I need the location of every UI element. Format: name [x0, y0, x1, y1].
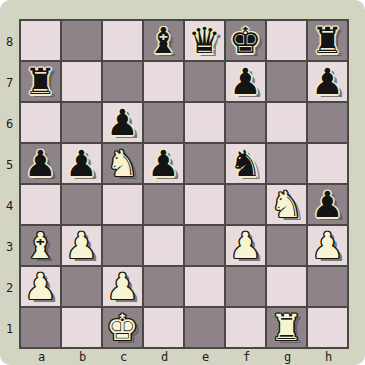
- rank-label-1: 1: [0, 308, 19, 349]
- rank-label-3: 3: [0, 226, 19, 267]
- file-label-a: a: [21, 349, 62, 364]
- black-pawn-h4: ♟: [311, 185, 343, 224]
- square-c1[interactable]: ♚: [103, 308, 142, 347]
- square-f2[interactable]: [226, 267, 265, 306]
- square-h3[interactable]: ♟: [308, 226, 347, 265]
- square-e3[interactable]: [185, 226, 224, 265]
- black-rook-a7: ♜: [24, 62, 56, 101]
- rank-label-2: 2: [0, 267, 19, 308]
- file-label-c: c: [103, 349, 144, 364]
- square-a1[interactable]: [21, 308, 60, 347]
- square-e8[interactable]: ♛: [185, 21, 224, 60]
- square-h7[interactable]: ♟: [308, 62, 347, 101]
- square-e5[interactable]: [185, 144, 224, 183]
- square-h8[interactable]: ♜: [308, 21, 347, 60]
- file-label-h: h: [308, 349, 349, 364]
- square-b8[interactable]: [62, 21, 101, 60]
- square-d7[interactable]: [144, 62, 183, 101]
- square-g6[interactable]: [267, 103, 306, 142]
- chess-board-frame: 87654321 ♝♛♚♜♜♟♟♟♟♟♞♟♞♞♟♝♟♟♟♟♟♚♜ abcdefg…: [0, 0, 365, 365]
- square-h6[interactable]: [308, 103, 347, 142]
- rank-label-8: 8: [0, 21, 19, 62]
- square-d8[interactable]: ♝: [144, 21, 183, 60]
- white-pawn-f3: ♟: [229, 226, 261, 265]
- square-h2[interactable]: [308, 267, 347, 306]
- square-a4[interactable]: [21, 185, 60, 224]
- square-c4[interactable]: [103, 185, 142, 224]
- white-knight-c5: ♞: [106, 144, 138, 183]
- chess-board: ♝♛♚♜♜♟♟♟♟♟♞♟♞♞♟♝♟♟♟♟♟♚♜: [19, 19, 349, 349]
- square-h1[interactable]: [308, 308, 347, 347]
- square-d6[interactable]: [144, 103, 183, 142]
- white-king-c1: ♚: [106, 308, 138, 347]
- square-c6[interactable]: ♟: [103, 103, 142, 142]
- rank-label-4: 4: [0, 185, 19, 226]
- square-e6[interactable]: [185, 103, 224, 142]
- square-d1[interactable]: [144, 308, 183, 347]
- square-f6[interactable]: [226, 103, 265, 142]
- square-f7[interactable]: ♟: [226, 62, 265, 101]
- square-h5[interactable]: [308, 144, 347, 183]
- square-f4[interactable]: [226, 185, 265, 224]
- square-f3[interactable]: ♟: [226, 226, 265, 265]
- square-b3[interactable]: ♟: [62, 226, 101, 265]
- square-d2[interactable]: [144, 267, 183, 306]
- square-f1[interactable]: [226, 308, 265, 347]
- white-pawn-a2: ♟: [24, 267, 56, 306]
- square-c2[interactable]: ♟: [103, 267, 142, 306]
- rank-labels: 87654321: [0, 21, 19, 349]
- square-g4[interactable]: ♞: [267, 185, 306, 224]
- file-label-g: g: [267, 349, 308, 364]
- white-pawn-c2: ♟: [106, 267, 138, 306]
- square-b7[interactable]: [62, 62, 101, 101]
- square-d4[interactable]: [144, 185, 183, 224]
- black-rook-h8: ♜: [311, 21, 343, 60]
- square-b6[interactable]: [62, 103, 101, 142]
- square-g2[interactable]: [267, 267, 306, 306]
- square-c5[interactable]: ♞: [103, 144, 142, 183]
- square-e1[interactable]: [185, 308, 224, 347]
- file-label-e: e: [185, 349, 226, 364]
- square-b4[interactable]: [62, 185, 101, 224]
- square-c8[interactable]: [103, 21, 142, 60]
- square-a2[interactable]: ♟: [21, 267, 60, 306]
- file-label-b: b: [62, 349, 103, 364]
- file-label-f: f: [226, 349, 267, 364]
- square-b5[interactable]: ♟: [62, 144, 101, 183]
- square-g5[interactable]: [267, 144, 306, 183]
- black-pawn-a5: ♟: [24, 144, 56, 183]
- square-g1[interactable]: ♜: [267, 308, 306, 347]
- square-a8[interactable]: [21, 21, 60, 60]
- black-queen-e8: ♛: [188, 21, 220, 60]
- black-bishop-d8: ♝: [147, 21, 179, 60]
- square-e7[interactable]: [185, 62, 224, 101]
- white-rook-g1: ♜: [270, 308, 302, 347]
- black-pawn-b5: ♟: [65, 144, 97, 183]
- square-e4[interactable]: [185, 185, 224, 224]
- square-f8[interactable]: ♚: [226, 21, 265, 60]
- white-knight-g4: ♞: [270, 185, 302, 224]
- file-label-d: d: [144, 349, 185, 364]
- square-a3[interactable]: ♝: [21, 226, 60, 265]
- white-pawn-b3: ♟: [65, 226, 97, 265]
- square-e2[interactable]: [185, 267, 224, 306]
- square-g7[interactable]: [267, 62, 306, 101]
- square-a7[interactable]: ♜: [21, 62, 60, 101]
- rank-label-7: 7: [0, 62, 19, 103]
- black-knight-f5: ♞: [229, 144, 261, 183]
- square-h4[interactable]: ♟: [308, 185, 347, 224]
- square-c3[interactable]: [103, 226, 142, 265]
- square-a5[interactable]: ♟: [21, 144, 60, 183]
- square-f5[interactable]: ♞: [226, 144, 265, 183]
- square-d3[interactable]: [144, 226, 183, 265]
- white-bishop-a3: ♝: [24, 226, 56, 265]
- black-pawn-d5: ♟: [147, 144, 179, 183]
- rank-label-6: 6: [0, 103, 19, 144]
- black-pawn-f7: ♟: [229, 62, 261, 101]
- square-b2[interactable]: [62, 267, 101, 306]
- square-c7[interactable]: [103, 62, 142, 101]
- square-a6[interactable]: [21, 103, 60, 142]
- file-labels: abcdefgh: [21, 349, 349, 364]
- black-pawn-h7: ♟: [311, 62, 343, 101]
- white-pawn-h3: ♟: [311, 226, 343, 265]
- rank-label-5: 5: [0, 144, 19, 185]
- black-pawn-c6: ♟: [106, 103, 138, 142]
- black-king-f8: ♚: [229, 21, 261, 60]
- square-g8[interactable]: [267, 21, 306, 60]
- square-d5[interactable]: ♟: [144, 144, 183, 183]
- square-g3[interactable]: [267, 226, 306, 265]
- square-b1[interactable]: [62, 308, 101, 347]
